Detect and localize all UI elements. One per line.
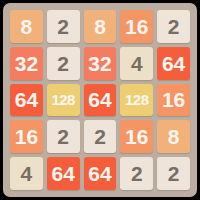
tile-r4c2: 2 <box>47 120 80 153</box>
tile-r3c4: 128 <box>120 84 153 117</box>
tile-r1c4: 16 <box>120 10 153 43</box>
tile-r2c1: 32 <box>10 47 43 80</box>
tile-r2c5: 64 <box>157 47 190 80</box>
tile-r1c5: 2 <box>157 10 190 43</box>
tile-r1c3: 8 <box>84 10 117 43</box>
tile-r3c2: 128 <box>47 84 80 117</box>
tile-r5c1: 4 <box>10 157 43 190</box>
tile-r5c5: 2 <box>157 157 190 190</box>
tile-r5c2: 64 <box>47 157 80 190</box>
tile-r1c1: 8 <box>10 10 43 43</box>
tile-r4c3: 2 <box>84 120 117 153</box>
tile-r4c5: 8 <box>157 120 190 153</box>
tile-r3c3: 64 <box>84 84 117 117</box>
tile-r2c3: 32 <box>84 47 117 80</box>
tile-r5c4: 2 <box>120 157 153 190</box>
tile-r2c2: 2 <box>47 47 80 80</box>
tile-r3c5: 16 <box>157 84 190 117</box>
tile-r3c1: 64 <box>10 84 43 117</box>
tile-r1c2: 2 <box>47 10 80 43</box>
tile-r4c4: 16 <box>120 120 153 153</box>
board-2048[interactable]: 8281623223246464128641281616221684646422 <box>3 3 197 197</box>
tile-r5c3: 64 <box>84 157 117 190</box>
tile-r2c4: 4 <box>120 47 153 80</box>
tile-r4c1: 16 <box>10 120 43 153</box>
